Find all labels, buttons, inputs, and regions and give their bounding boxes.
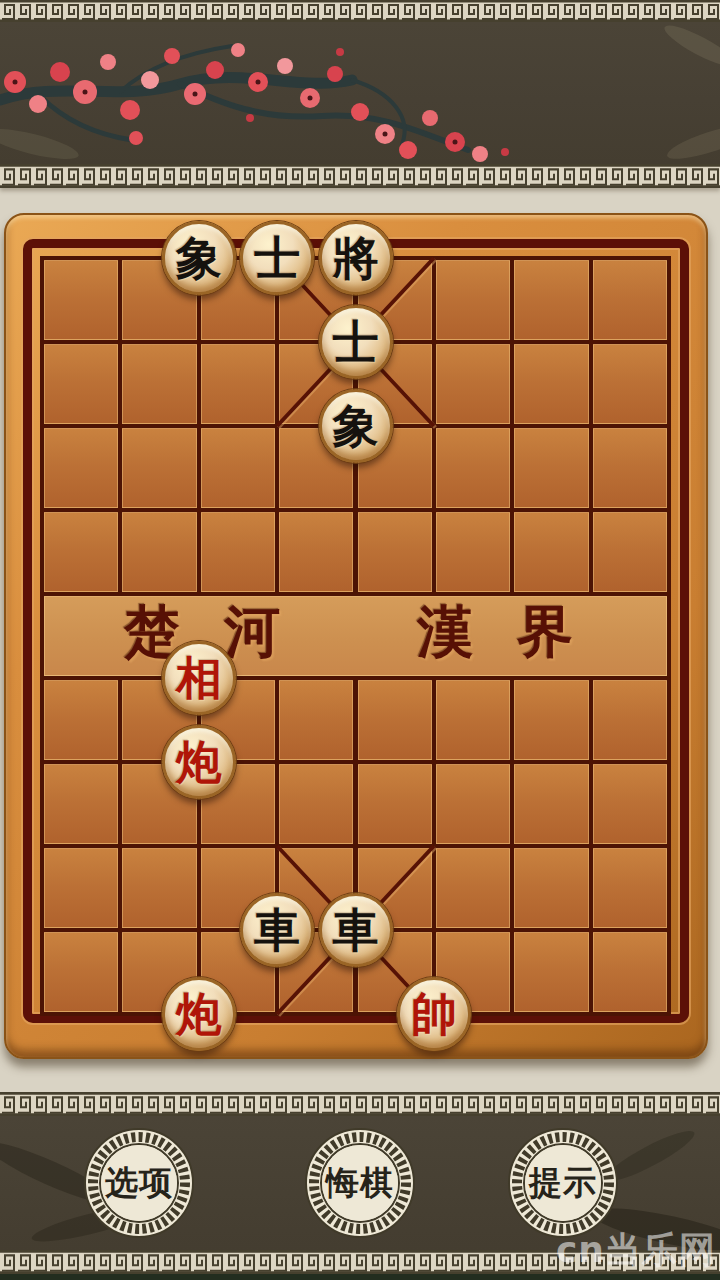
board-cell — [514, 764, 588, 844]
board-cell — [514, 512, 588, 592]
options-button[interactable]: 选项 — [83, 1127, 195, 1239]
bamboo-leaf-icon — [664, 119, 720, 166]
board-cell — [514, 260, 588, 340]
river-band: 楚河 漢界 — [44, 596, 667, 676]
xiangqi-piece-士[interactable]: 士 — [240, 221, 314, 295]
board-cell — [358, 680, 432, 760]
xiangqi-piece-將[interactable]: 將 — [319, 221, 393, 295]
game-screen: 楚河 漢界 象士將士象相炮車車炮帥 选项 悔棋 提示 cn当乐网 — [0, 0, 720, 1280]
xiangqi-piece-相[interactable]: 相 — [162, 641, 236, 715]
board-cell — [358, 764, 432, 844]
watermark: cn当乐网 — [556, 1226, 720, 1275]
board-cell — [201, 428, 275, 508]
board-cell — [593, 680, 667, 760]
board-cell — [593, 764, 667, 844]
river-label-right: 漢界 — [417, 595, 617, 671]
board-cell — [436, 428, 510, 508]
board-cell — [44, 764, 118, 844]
xiangqi-piece-象[interactable]: 象 — [319, 389, 393, 463]
board-cell — [122, 848, 196, 928]
board-cell — [436, 512, 510, 592]
xiangqi-piece-車[interactable]: 車 — [240, 893, 314, 967]
board-cell — [279, 680, 353, 760]
board-cell — [593, 260, 667, 340]
plum-blossom-art — [0, 22, 580, 164]
xiangqi-piece-炮[interactable]: 炮 — [162, 725, 236, 799]
board-cell — [436, 764, 510, 844]
bamboo-leaf-icon — [660, 19, 720, 72]
board-cell — [44, 260, 118, 340]
undo-move-button[interactable]: 悔棋 — [304, 1127, 416, 1239]
board-cell — [44, 680, 118, 760]
board-cell — [593, 344, 667, 424]
board-cell — [436, 680, 510, 760]
board-cell — [44, 344, 118, 424]
board-cell — [122, 512, 196, 592]
board-cell — [44, 512, 118, 592]
board-cell — [201, 344, 275, 424]
board-cell — [593, 932, 667, 1012]
top-banner — [0, 22, 720, 164]
board-cell — [593, 848, 667, 928]
board-cell — [514, 680, 588, 760]
board-cell — [279, 764, 353, 844]
board-cell — [44, 932, 118, 1012]
hint-button[interactable]: 提示 — [507, 1127, 619, 1239]
board-cell — [436, 848, 510, 928]
board-cell — [201, 512, 275, 592]
board-cell — [514, 932, 588, 1012]
board-cell — [436, 260, 510, 340]
xiangqi-piece-炮[interactable]: 炮 — [162, 977, 236, 1051]
board-cell — [358, 512, 432, 592]
board-cell — [593, 428, 667, 508]
board-cell — [44, 428, 118, 508]
board-cell — [122, 344, 196, 424]
board-cell — [44, 848, 118, 928]
xiangqi-piece-象[interactable]: 象 — [162, 221, 236, 295]
board-cell — [593, 512, 667, 592]
xiangqi-piece-車[interactable]: 車 — [319, 893, 393, 967]
board-cell — [514, 428, 588, 508]
meander-border-upper — [0, 164, 720, 188]
xiangqi-piece-士[interactable]: 士 — [319, 305, 393, 379]
board-cell — [436, 344, 510, 424]
meander-border-lower — [0, 1092, 720, 1116]
meander-border-top — [0, 0, 720, 22]
board-cell — [122, 428, 196, 508]
board-cell — [279, 512, 353, 592]
board-cell — [514, 848, 588, 928]
board-cell — [514, 344, 588, 424]
xiangqi-piece-帥[interactable]: 帥 — [397, 977, 471, 1051]
